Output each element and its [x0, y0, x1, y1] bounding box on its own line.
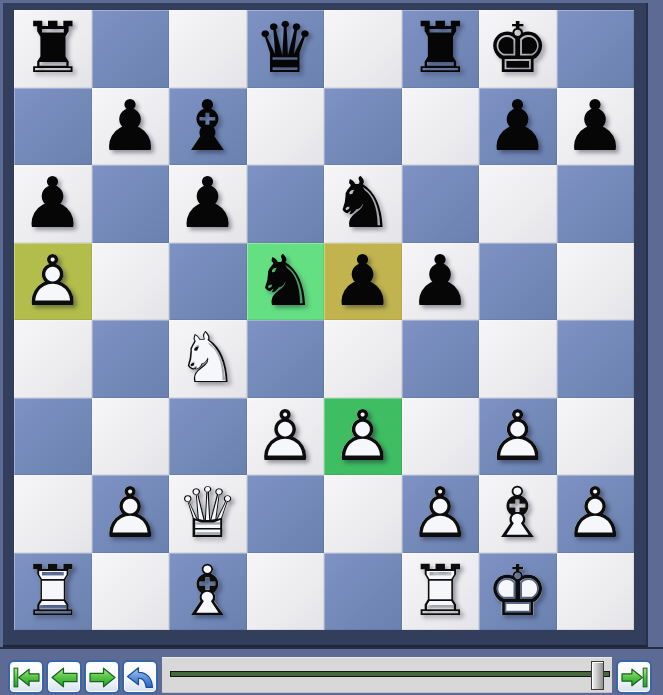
square-a3[interactable]	[14, 398, 92, 476]
square-g8[interactable]: ♚	[479, 10, 557, 88]
piece-fill: ♟	[479, 88, 557, 166]
square-f5[interactable]: ♟	[402, 243, 480, 321]
piece-black-pawn[interactable]: ♟	[92, 88, 170, 166]
square-h3[interactable]	[557, 398, 635, 476]
square-a5[interactable]: ♟♙	[14, 243, 92, 321]
square-b6[interactable]	[92, 165, 170, 243]
piece-black-rook[interactable]: ♜	[402, 10, 480, 88]
square-d2[interactable]	[247, 475, 325, 553]
chess-app-window: { "game": "chess", "position": "r2q1rk1/…	[0, 0, 663, 695]
square-c5[interactable]	[169, 243, 247, 321]
piece-black-pawn[interactable]: ♟	[14, 165, 92, 243]
piece-outline: ♖	[14, 553, 92, 631]
square-f2[interactable]: ♟♙	[402, 475, 480, 553]
piece-black-bishop[interactable]: ♝	[169, 88, 247, 166]
piece-white-pawn[interactable]: ♟♙	[402, 475, 480, 553]
square-h2[interactable]: ♟♙	[557, 475, 635, 553]
arrow-right-bar-icon	[621, 665, 648, 690]
go-to-end-button[interactable]	[616, 660, 652, 694]
piece-fill: ♟	[557, 88, 635, 166]
move-slider-track[interactable]	[162, 657, 612, 693]
square-d4[interactable]	[247, 320, 325, 398]
square-d3[interactable]: ♟♙	[247, 398, 325, 476]
square-h5[interactable]	[557, 243, 635, 321]
chess-board: ♜♛♜♚♟♝♟♟♟♟♞♟♙♞♟♟♞♘♟♙♟♙♟♙♟♙♛♕♟♙♝♗♟♙♜♖♝♗♜♖…	[14, 10, 634, 630]
piece-white-king[interactable]: ♚♔	[479, 553, 557, 631]
arrow-left-bar-icon	[13, 665, 40, 690]
square-f8[interactable]: ♜	[402, 10, 480, 88]
undo-button[interactable]	[122, 660, 158, 694]
piece-fill: ♝	[169, 88, 247, 166]
square-c1[interactable]: ♝♗	[169, 553, 247, 631]
piece-white-pawn[interactable]: ♟♙	[92, 475, 170, 553]
square-f7[interactable]	[402, 88, 480, 166]
square-f3[interactable]	[402, 398, 480, 476]
square-e2[interactable]	[324, 475, 402, 553]
curved-arrow-left-icon	[126, 665, 154, 690]
square-b8[interactable]	[92, 10, 170, 88]
square-a4[interactable]	[14, 320, 92, 398]
move-slider-groove[interactable]	[170, 671, 610, 677]
square-h6[interactable]	[557, 165, 635, 243]
piece-black-pawn[interactable]: ♟	[479, 88, 557, 166]
square-e1[interactable]	[324, 553, 402, 631]
piece-black-queen[interactable]: ♛	[247, 10, 325, 88]
piece-outline: ♙	[557, 475, 635, 553]
square-b1[interactable]	[92, 553, 170, 631]
piece-white-pawn[interactable]: ♟♙	[14, 243, 92, 321]
next-move-button[interactable]	[84, 660, 120, 694]
square-d5[interactable]: ♞	[247, 243, 325, 321]
square-c7[interactable]: ♝	[169, 88, 247, 166]
piece-outline: ♙	[247, 398, 325, 476]
piece-outline: ♕	[169, 475, 247, 553]
arrow-right-icon	[89, 665, 116, 690]
square-e5[interactable]: ♟	[324, 243, 402, 321]
square-b7[interactable]: ♟	[92, 88, 170, 166]
square-g3[interactable]: ♟♙	[479, 398, 557, 476]
move-slider-thumb[interactable]	[591, 661, 604, 690]
piece-white-pawn[interactable]: ♟♙	[557, 475, 635, 553]
square-f1[interactable]: ♜♖	[402, 553, 480, 631]
square-g4[interactable]	[479, 320, 557, 398]
piece-black-pawn[interactable]: ♟	[402, 243, 480, 321]
piece-black-pawn[interactable]: ♟	[169, 165, 247, 243]
square-b2[interactable]: ♟♙	[92, 475, 170, 553]
piece-white-pawn[interactable]: ♟♙	[247, 398, 325, 476]
piece-fill: ♞	[247, 243, 325, 321]
piece-black-knight[interactable]: ♞	[324, 165, 402, 243]
square-c8[interactable]	[169, 10, 247, 88]
square-a1[interactable]: ♜♖	[14, 553, 92, 631]
arrow-left-icon	[51, 665, 78, 690]
piece-fill: ♛	[247, 10, 325, 88]
piece-black-king[interactable]: ♚	[479, 10, 557, 88]
piece-fill: ♜	[402, 10, 480, 88]
piece-fill: ♚	[479, 10, 557, 88]
previous-move-button[interactable]	[46, 660, 82, 694]
square-g6[interactable]	[479, 165, 557, 243]
square-g2[interactable]: ♝♗	[479, 475, 557, 553]
piece-fill: ♟	[169, 165, 247, 243]
piece-white-queen[interactable]: ♛♕	[169, 475, 247, 553]
piece-black-rook[interactable]: ♜	[14, 10, 92, 88]
piece-white-pawn[interactable]: ♟♙	[324, 398, 402, 476]
square-b5[interactable]	[92, 243, 170, 321]
piece-fill: ♞	[324, 165, 402, 243]
square-d8[interactable]: ♛	[247, 10, 325, 88]
square-d7[interactable]	[247, 88, 325, 166]
piece-outline: ♙	[324, 398, 402, 476]
piece-white-bishop[interactable]: ♝♗	[479, 475, 557, 553]
piece-fill: ♟	[14, 165, 92, 243]
piece-white-rook[interactable]: ♜♖	[402, 553, 480, 631]
piece-outline: ♗	[169, 553, 247, 631]
square-e4[interactable]	[324, 320, 402, 398]
square-b3[interactable]	[92, 398, 170, 476]
piece-outline: ♙	[14, 243, 92, 321]
square-a6[interactable]: ♟	[14, 165, 92, 243]
piece-outline: ♙	[402, 475, 480, 553]
piece-fill: ♟	[324, 243, 402, 321]
square-d1[interactable]	[247, 553, 325, 631]
go-to-start-button[interactable]	[8, 660, 44, 694]
square-g1[interactable]: ♚♔	[479, 553, 557, 631]
navigation-toolbar	[0, 649, 663, 695]
square-g5[interactable]	[479, 243, 557, 321]
square-f6[interactable]	[402, 165, 480, 243]
square-c6[interactable]: ♟	[169, 165, 247, 243]
square-h7[interactable]: ♟	[557, 88, 635, 166]
square-b4[interactable]	[92, 320, 170, 398]
piece-outline: ♖	[402, 553, 480, 631]
piece-black-knight[interactable]: ♞	[247, 243, 325, 321]
piece-fill: ♟	[92, 88, 170, 166]
square-c4[interactable]: ♞♘	[169, 320, 247, 398]
piece-white-pawn[interactable]: ♟♙	[479, 398, 557, 476]
piece-outline: ♗	[479, 475, 557, 553]
square-c2[interactable]: ♛♕	[169, 475, 247, 553]
square-f4[interactable]	[402, 320, 480, 398]
square-g7[interactable]: ♟	[479, 88, 557, 166]
square-e7[interactable]	[324, 88, 402, 166]
square-a8[interactable]: ♜	[14, 10, 92, 88]
piece-black-pawn[interactable]: ♟	[557, 88, 635, 166]
square-e3[interactable]: ♟♙	[324, 398, 402, 476]
piece-white-rook[interactable]: ♜♖	[14, 553, 92, 631]
piece-fill: ♜	[14, 10, 92, 88]
piece-white-bishop[interactable]: ♝♗	[169, 553, 247, 631]
square-a7[interactable]	[14, 88, 92, 166]
square-e8[interactable]	[324, 10, 402, 88]
square-c3[interactable]	[169, 398, 247, 476]
square-h8[interactable]	[557, 10, 635, 88]
piece-outline: ♔	[479, 553, 557, 631]
square-h4[interactable]	[557, 320, 635, 398]
piece-outline: ♘	[169, 320, 247, 398]
square-a2[interactable]	[14, 475, 92, 553]
square-h1[interactable]	[557, 553, 635, 631]
square-d6[interactable]	[247, 165, 325, 243]
square-e6[interactable]: ♞	[324, 165, 402, 243]
piece-black-pawn[interactable]: ♟	[324, 243, 402, 321]
piece-fill: ♟	[402, 243, 480, 321]
piece-outline: ♙	[92, 475, 170, 553]
piece-white-knight[interactable]: ♞♘	[169, 320, 247, 398]
piece-outline: ♙	[479, 398, 557, 476]
